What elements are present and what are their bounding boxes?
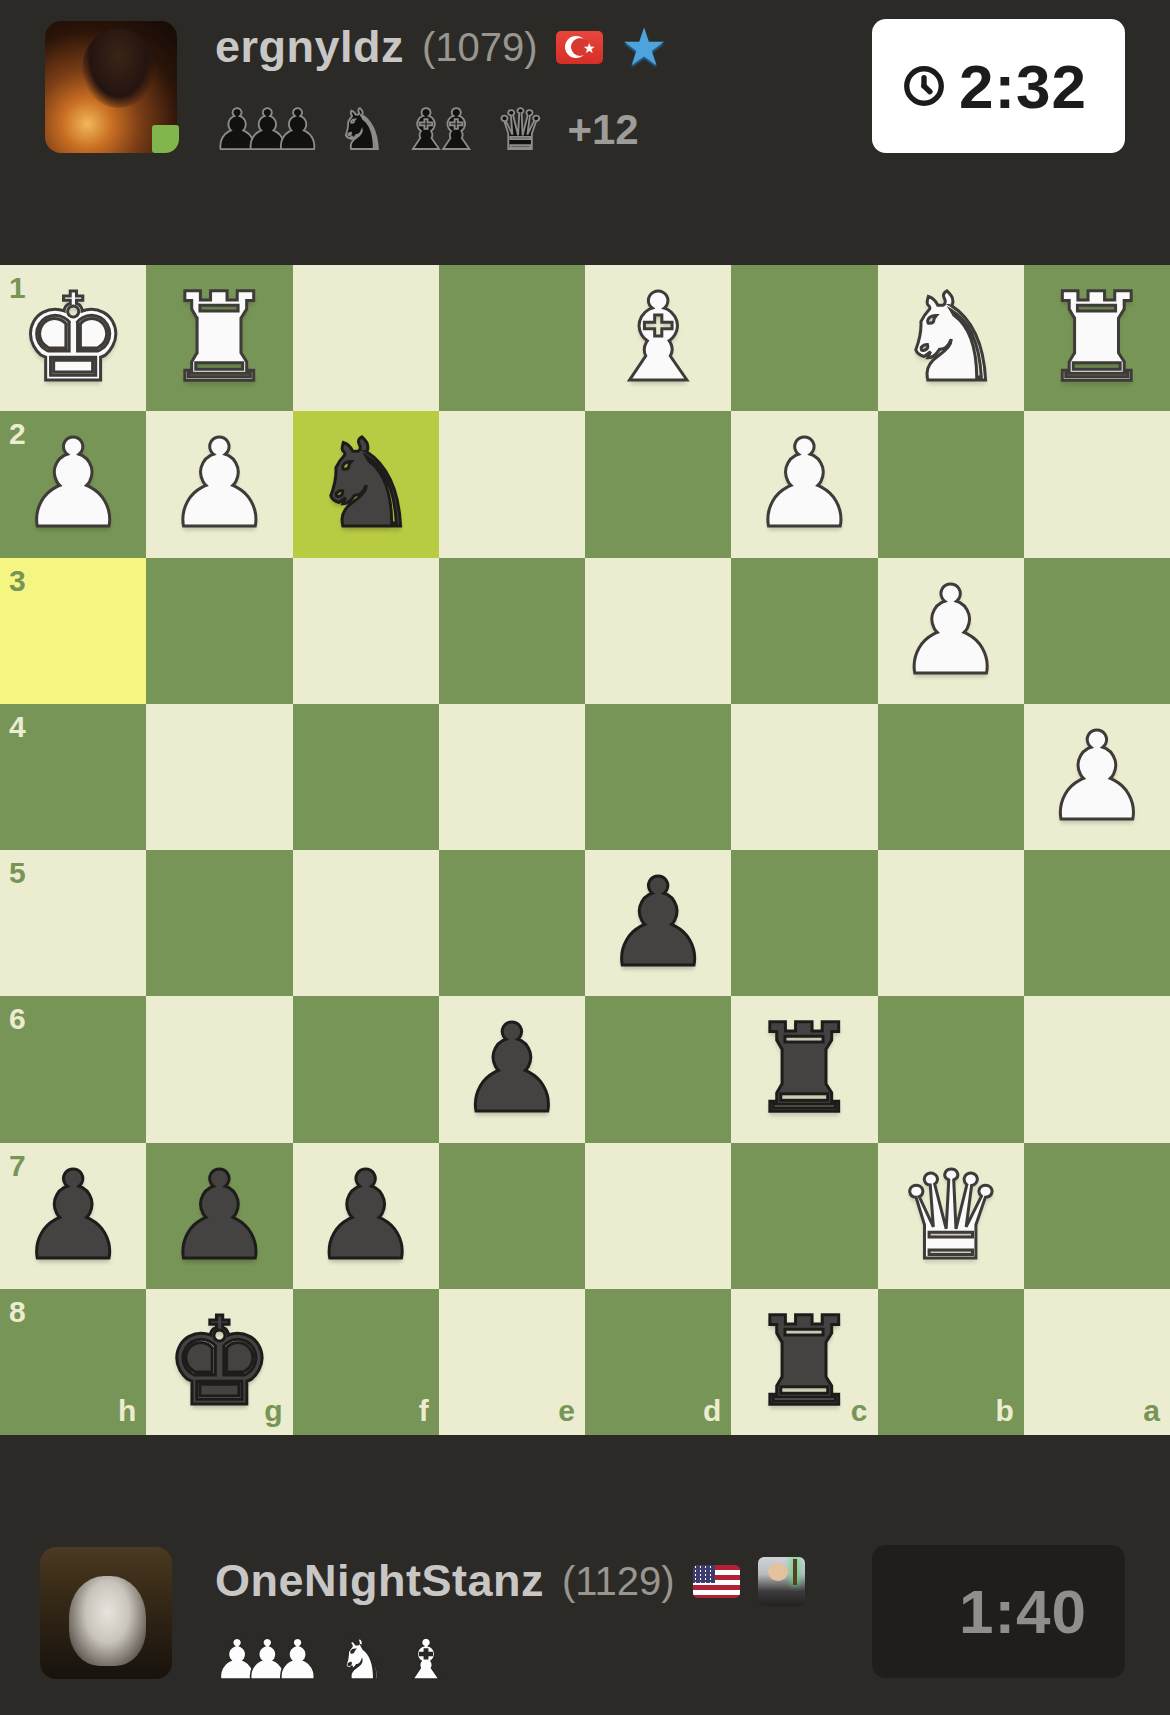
square-b1[interactable]: ♞ [878,265,1024,411]
white-queen-b7[interactable]: ♛ [878,1143,1024,1289]
white-pawn-g2[interactable]: ♟ [146,411,292,557]
square-d4[interactable] [585,704,731,850]
square-b6[interactable] [878,996,1024,1142]
square-h8[interactable]: 8h [0,1289,146,1435]
captured-white-pawn: ♟ [272,1632,322,1688]
square-a4[interactable]: ♟ [1024,704,1170,850]
captured-black-knight: ♞ [337,102,387,158]
bottom-player-avatar[interactable] [40,1547,172,1679]
square-d2[interactable] [585,411,731,557]
square-b8[interactable]: b [878,1289,1024,1435]
square-c7[interactable] [731,1143,877,1289]
captured-black-queen: ♛ [495,102,545,158]
square-h4[interactable]: 4 [0,704,146,850]
square-a2[interactable] [1024,411,1170,557]
captured-black-pawn: ♟ [272,102,322,158]
square-b2[interactable] [878,411,1024,557]
square-a8[interactable]: a [1024,1289,1170,1435]
square-h1[interactable]: 1♚ [0,265,146,411]
white-bishop-d1[interactable]: ♝ [585,265,731,411]
file-label-a: a [1143,1396,1160,1426]
bottom-player-name[interactable]: OneNightStanz [215,1555,544,1607]
white-king-h1[interactable]: ♚ [0,265,146,411]
square-a3[interactable] [1024,558,1170,704]
black-pawn-f7[interactable]: ♟ [293,1143,439,1289]
captured-black-bishop: ♝ [431,102,481,158]
square-e2[interactable] [439,411,585,557]
square-g7[interactable]: ♟ [146,1143,292,1289]
black-rook-c6[interactable]: ♜ [731,996,877,1142]
file-label-d: d [703,1396,721,1426]
square-e7[interactable] [439,1143,585,1289]
square-c3[interactable] [731,558,877,704]
captured-white-bishop: ♝ [401,1632,451,1688]
file-label-f: f [419,1396,429,1426]
square-f6[interactable] [293,996,439,1142]
square-a7[interactable] [1024,1143,1170,1289]
black-pawn-h7[interactable]: ♟ [0,1143,146,1289]
square-g1[interactable]: ♜ [146,265,292,411]
rank-label-4: 4 [9,712,26,742]
white-pawn-h2[interactable]: ♟ [0,411,146,557]
square-g4[interactable] [146,704,292,850]
square-e8[interactable]: e [439,1289,585,1435]
square-e4[interactable] [439,704,585,850]
square-f7[interactable]: ♟ [293,1143,439,1289]
rank-label-5: 5 [9,858,26,888]
square-f5[interactable] [293,850,439,996]
square-b5[interactable] [878,850,1024,996]
white-knight-b1[interactable]: ♞ [878,265,1024,411]
white-pawn-c2[interactable]: ♟ [731,411,877,557]
square-b7[interactable]: ♛ [878,1143,1024,1289]
online-status-badge [152,125,179,153]
square-c6[interactable]: ♜ [731,996,877,1142]
square-e3[interactable] [439,558,585,704]
white-pawn-b3[interactable]: ♟ [878,558,1024,704]
chess-board: 1♚♜♝♞♜2♟♟♞♟3♟4♟5♟6♟♜7♟♟♟♛8hg♚fedc♜ba [0,265,1170,1435]
square-d8[interactable]: d [585,1289,731,1435]
square-g6[interactable] [146,996,292,1142]
square-c5[interactable] [731,850,877,996]
square-d7[interactable] [585,1143,731,1289]
square-b3[interactable]: ♟ [878,558,1024,704]
square-h5[interactable]: 5 [0,850,146,996]
square-f8[interactable]: f [293,1289,439,1435]
white-pawn-a4[interactable]: ♟ [1024,704,1170,850]
top-player-clock: 2:32 [872,19,1125,153]
captured-white-knight: ♞ [337,1632,387,1688]
white-rook-g1[interactable]: ♜ [146,265,292,411]
square-c1[interactable] [731,265,877,411]
turkey-flag-icon: ★ [556,31,603,64]
file-label-b: b [995,1396,1013,1426]
square-c2[interactable]: ♟ [731,411,877,557]
square-a6[interactable] [1024,996,1170,1142]
square-f4[interactable] [293,704,439,850]
square-g8[interactable]: g♚ [146,1289,292,1435]
rank-label-3: 3 [9,566,26,596]
square-e5[interactable] [439,850,585,996]
square-h3[interactable]: 3 [0,558,146,704]
square-b4[interactable] [878,704,1024,850]
square-d6[interactable] [585,996,731,1142]
square-a5[interactable] [1024,850,1170,996]
file-label-e: e [558,1396,575,1426]
rank-label-6: 6 [9,1004,26,1034]
wizard-flair-icon [758,1557,805,1606]
usa-flag-icon [693,1565,740,1598]
square-h7[interactable]: 7♟ [0,1143,146,1289]
square-h6[interactable]: 6 [0,996,146,1142]
black-king-g8[interactable]: ♚ [146,1289,292,1435]
bottom-player-rating: (1129) [562,1559,675,1604]
black-rook-c8[interactable]: ♜ [731,1289,877,1435]
square-a1[interactable]: ♜ [1024,265,1170,411]
top-player-name[interactable]: ergnyldz [215,21,404,73]
square-h2[interactable]: 2♟ [0,411,146,557]
square-c8[interactable]: c♜ [731,1289,877,1435]
square-f1[interactable] [293,265,439,411]
bottom-player-captured-pieces: ♟♟♟♞♝ [212,1622,451,1688]
square-c4[interactable] [731,704,877,850]
file-label-h: h [118,1396,136,1426]
clock-icon [901,63,947,109]
square-e6[interactable]: ♟ [439,996,585,1142]
blue-star-membership-icon: ★ [621,21,668,73]
top-player-captured-pieces: ♟♟♟♞♝♝♛+12 [212,92,639,158]
square-d5[interactable]: ♟ [585,850,731,996]
black-pawn-d5[interactable]: ♟ [585,850,731,996]
square-d3[interactable] [585,558,731,704]
material-advantage: +12 [567,99,638,151]
square-g3[interactable] [146,558,292,704]
bottom-player-time: 1:40 [959,1576,1125,1647]
square-g5[interactable] [146,850,292,996]
rank-label-8: 8 [9,1297,26,1327]
square-d1[interactable]: ♝ [585,265,731,411]
top-player-rating: (1079) [422,25,538,70]
square-e1[interactable] [439,265,585,411]
square-f3[interactable] [293,558,439,704]
black-knight-f2[interactable]: ♞ [293,411,439,557]
top-player-time: 2:32 [959,51,1125,122]
black-pawn-e6[interactable]: ♟ [439,996,585,1142]
black-pawn-g7[interactable]: ♟ [146,1143,292,1289]
square-f2[interactable]: ♞ [293,411,439,557]
bottom-player-clock: 1:40 [872,1545,1125,1678]
square-g2[interactable]: ♟ [146,411,292,557]
white-rook-a1[interactable]: ♜ [1024,265,1170,411]
